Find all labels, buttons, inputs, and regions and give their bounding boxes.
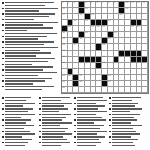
clue-number-mark — [2, 2, 4, 4]
clue-text-bar — [112, 100, 132, 101]
clue-line — [2, 83, 58, 85]
clue-line — [39, 142, 72, 144]
clue-line — [74, 139, 107, 141]
clue-number-mark — [74, 97, 76, 99]
clue-number-mark — [2, 114, 4, 116]
clue-line — [2, 33, 58, 35]
cell-number: 4 — [85, 2, 86, 4]
clue-line — [2, 55, 58, 57]
clue-line — [74, 119, 107, 121]
clue-number-mark — [39, 103, 41, 105]
clue-number-mark — [2, 69, 4, 71]
clue-text-bar — [42, 108, 68, 109]
clue-text-bar — [42, 136, 62, 137]
clue-line — [74, 100, 107, 102]
cell-number: 28 — [131, 26, 134, 28]
clue-number-mark — [2, 41, 4, 43]
clue-number-mark — [109, 114, 111, 116]
clue-line — [109, 128, 142, 130]
clue-text-bar — [42, 97, 70, 98]
clue-line — [2, 47, 58, 49]
clue-text-bar — [5, 131, 30, 132]
clue-line — [2, 10, 58, 12]
clue-text-bar — [5, 145, 25, 146]
cell-number: 20 — [120, 14, 123, 16]
cell-number: 49 — [114, 62, 117, 64]
clue-line — [2, 139, 35, 141]
clue-line — [2, 114, 35, 116]
clue-line — [2, 69, 58, 71]
clue-line — [2, 142, 35, 144]
clue-text-bar — [112, 122, 131, 123]
clue-column-bottom-3 — [74, 97, 107, 149]
cell-number: 47 — [91, 62, 94, 64]
clue-text-bar — [42, 103, 72, 104]
clue-number-mark — [74, 108, 76, 110]
cell-number: 33 — [62, 38, 65, 40]
cell-number: 59 — [62, 81, 65, 83]
clue-line — [2, 64, 58, 66]
white-cell[interactable] — [142, 87, 148, 93]
clue-line — [74, 128, 107, 130]
clue-number-mark — [109, 108, 111, 110]
clue-text-bar — [5, 103, 35, 104]
clue-line — [2, 111, 35, 113]
clue-text-bar — [112, 119, 137, 120]
clue-line — [2, 75, 58, 77]
cell-number: 16 — [125, 8, 128, 10]
cell-number: 8 — [108, 2, 109, 4]
cell-number: 11 — [131, 2, 134, 4]
clue-text-bar — [112, 114, 140, 115]
clue-text-bar — [77, 139, 99, 140]
clue-number-mark — [39, 108, 41, 110]
clue-text-bar — [112, 128, 132, 129]
cell-number: 56 — [68, 75, 71, 77]
clue-text-bar — [5, 117, 21, 118]
clue-text-bar — [112, 97, 141, 98]
clue-number-mark — [2, 47, 4, 49]
clue-text-bar — [5, 80, 45, 81]
clue-text-bar — [42, 122, 72, 123]
clue-line — [39, 108, 72, 110]
cell-number: 6 — [97, 2, 98, 4]
clue-number-mark — [2, 80, 4, 82]
clue-line — [109, 117, 142, 119]
clue-number-mark — [109, 131, 111, 133]
cell-number: 38 — [102, 44, 105, 46]
clue-number-mark — [39, 114, 41, 116]
clue-text-bar — [5, 122, 26, 123]
clue-number-mark — [2, 52, 4, 54]
clue-line — [2, 86, 58, 88]
clue-line — [2, 100, 35, 102]
clue-text-bar — [112, 131, 136, 132]
clue-text-bar — [5, 8, 58, 9]
clue-number-mark — [74, 103, 76, 105]
clue-text-bar — [5, 61, 48, 62]
clue-line — [2, 145, 35, 147]
clue-line — [109, 100, 142, 102]
clue-text-bar — [42, 133, 72, 134]
cell-number: 41 — [102, 56, 105, 58]
cell-number: 1 — [62, 2, 63, 4]
cell-number: 13 — [142, 2, 145, 4]
cell-number: 14 — [62, 8, 65, 10]
clue-line — [39, 122, 72, 124]
cell-number: 26 — [97, 26, 100, 28]
clue-number-mark — [39, 136, 41, 138]
clue-line — [2, 50, 58, 52]
clue-line — [2, 58, 58, 60]
clue-text-bar — [77, 114, 96, 115]
clue-text-bar — [42, 117, 66, 118]
clue-number-mark — [2, 97, 4, 99]
clue-line — [2, 27, 58, 29]
clue-text-bar — [5, 33, 57, 34]
clue-number-mark — [2, 136, 4, 138]
clue-text-bar — [77, 122, 94, 123]
clue-number-mark — [74, 136, 76, 138]
clue-text-bar — [5, 10, 39, 11]
clue-line — [2, 61, 58, 63]
clue-line — [2, 13, 58, 15]
clue-text-bar — [42, 111, 59, 112]
clue-text-bar — [5, 133, 35, 134]
cell-number: 35 — [108, 38, 111, 40]
cell-number: 24 — [68, 26, 71, 28]
cell-number: 18 — [79, 14, 82, 16]
clue-line — [74, 131, 107, 133]
clue-text-bar — [5, 125, 34, 126]
clue-text-bar — [5, 50, 40, 51]
clue-text-bar — [5, 75, 38, 76]
clue-line — [109, 97, 142, 99]
cell-number: 62 — [62, 87, 65, 89]
cell-number: 29 — [137, 26, 140, 28]
cell-number: 39 — [62, 50, 65, 52]
clue-line — [2, 122, 35, 124]
cell-number: 30 — [62, 32, 65, 34]
clue-line — [2, 103, 35, 105]
cell-number: 55 — [62, 75, 65, 77]
cell-number: 58 — [108, 75, 111, 77]
clue-text-bar — [112, 139, 138, 140]
cell-number: 15 — [85, 8, 88, 10]
cell-number: 5 — [91, 2, 92, 4]
clue-text-bar — [5, 36, 47, 37]
clue-text-bar — [5, 105, 23, 106]
cell-number: 19 — [91, 14, 94, 16]
clue-text-bar — [5, 2, 54, 3]
clue-text-bar — [5, 97, 31, 98]
clue-text-bar — [77, 111, 107, 112]
clue-line — [109, 131, 142, 133]
clue-line — [109, 136, 142, 138]
clue-number-mark — [2, 58, 4, 60]
cell-number: 37 — [74, 44, 77, 46]
clue-line — [2, 41, 58, 43]
clue-line — [74, 133, 107, 135]
cell-number: 21 — [74, 20, 77, 22]
clue-line — [74, 111, 107, 113]
clue-number-mark — [2, 119, 4, 121]
clue-text-bar — [42, 125, 60, 126]
clue-line — [2, 117, 35, 119]
clue-line — [39, 131, 72, 133]
clue-text-bar — [112, 105, 135, 106]
clue-line — [2, 78, 58, 80]
clue-line — [2, 133, 35, 135]
cell-number: 25 — [91, 26, 94, 28]
clue-text-bar — [112, 133, 140, 134]
clue-line — [2, 80, 58, 82]
clue-line — [2, 36, 58, 38]
clue-text-bar — [5, 136, 22, 137]
clue-line — [109, 114, 142, 116]
clue-text-bar — [42, 145, 61, 146]
clue-line — [2, 2, 58, 4]
clue-text-bar — [42, 131, 64, 132]
clue-line — [2, 72, 58, 74]
clue-column-left — [2, 2, 58, 94]
cell-number: 48 — [102, 62, 105, 64]
cell-number: 7 — [102, 2, 103, 4]
cell-number: 45 — [79, 62, 82, 64]
clue-text-bar — [77, 117, 102, 118]
clue-number-mark — [109, 136, 111, 138]
clue-number-mark — [2, 142, 4, 144]
clue-line — [109, 122, 142, 124]
clue-text-bar — [42, 100, 61, 101]
cell-number: 10 — [125, 2, 128, 4]
cell-number: 42 — [120, 56, 123, 58]
clue-text-bar — [5, 58, 55, 59]
clue-column-bottom-4 — [109, 97, 142, 149]
clue-text-bar — [5, 114, 35, 115]
clue-text-bar — [5, 44, 44, 45]
clue-text-bar — [112, 117, 134, 118]
crossword-puzzle-page: 1234567891011121314151617181920212223242… — [0, 0, 150, 150]
clue-line — [39, 114, 72, 116]
clue-line — [39, 133, 72, 135]
clue-number-mark — [74, 125, 76, 127]
clue-number-mark — [39, 125, 41, 127]
clue-line — [74, 114, 107, 116]
clue-text-bar — [5, 13, 55, 14]
clue-number-mark — [2, 36, 4, 38]
clue-number-mark — [109, 119, 111, 121]
clue-line — [74, 108, 107, 110]
clue-number-mark — [109, 97, 111, 99]
cell-number: 57 — [79, 75, 82, 77]
clue-text-bar — [42, 142, 70, 143]
cell-number: 31 — [85, 32, 88, 34]
clue-text-bar — [5, 86, 54, 87]
clue-text-bar — [5, 27, 53, 28]
clue-text-bar — [5, 52, 51, 53]
cell-number: 54 — [97, 68, 100, 70]
cell-number: 9 — [114, 2, 115, 4]
clue-line — [109, 108, 142, 110]
cell-number: 40 — [62, 56, 65, 58]
clue-line — [74, 105, 107, 107]
clue-line — [74, 142, 107, 144]
clue-text-bar — [77, 105, 105, 106]
clue-line — [74, 97, 107, 99]
clue-text-bar — [5, 119, 31, 120]
clue-line — [74, 122, 107, 124]
clue-number-mark — [2, 8, 4, 10]
clue-line — [2, 19, 58, 21]
cell-number: 36 — [62, 44, 65, 46]
clue-text-bar — [77, 133, 97, 134]
clue-column-bottom-1 — [2, 97, 35, 149]
clue-text-bar — [5, 72, 57, 73]
clue-column-bottom-2 — [39, 97, 72, 149]
clue-line — [2, 97, 35, 99]
clue-line — [109, 139, 142, 141]
clue-line — [2, 128, 35, 130]
clue-line — [109, 133, 142, 135]
clue-line — [39, 117, 72, 119]
clue-line — [74, 103, 107, 105]
clue-line — [2, 44, 58, 46]
clue-text-bar — [5, 128, 24, 129]
clue-number-mark — [39, 142, 41, 144]
clue-line — [2, 24, 58, 26]
clue-number-mark — [2, 13, 4, 15]
clue-number-mark — [109, 103, 111, 105]
clue-text-bar — [112, 103, 138, 104]
clue-text-bar — [42, 139, 67, 140]
clue-line — [2, 131, 35, 133]
clue-number-mark — [2, 131, 4, 133]
cell-number: 60 — [79, 81, 82, 83]
clue-line — [74, 136, 107, 138]
clue-text-bar — [5, 89, 42, 90]
clue-number-mark — [39, 119, 41, 121]
clue-number-mark — [74, 131, 76, 133]
clue-text-bar — [5, 19, 34, 20]
clue-line — [2, 30, 58, 32]
clue-text-bar — [5, 22, 58, 23]
clue-text-bar — [77, 131, 107, 132]
crossword-grid: 1234567891011121314151617181920212223242… — [61, 1, 149, 94]
clue-text-bar — [42, 128, 68, 129]
cell-number: 53 — [74, 68, 77, 70]
clue-text-bar — [5, 83, 33, 84]
cell-number: 52 — [142, 62, 145, 64]
clue-line — [2, 8, 58, 10]
cell-number: 46 — [85, 62, 88, 64]
clue-line — [74, 125, 107, 127]
clue-number-mark — [109, 142, 111, 144]
clue-text-bar — [5, 66, 53, 67]
clue-text-bar — [77, 142, 101, 143]
clue-text-bar — [5, 111, 28, 112]
clue-number-mark — [2, 75, 4, 77]
clue-text-bar — [112, 142, 133, 143]
clue-line — [2, 125, 35, 127]
clue-line — [109, 145, 142, 147]
clue-line — [39, 145, 72, 147]
cell-number: 12 — [137, 2, 140, 4]
clue-number-mark — [2, 108, 4, 110]
clue-line — [74, 117, 107, 119]
clue-line — [39, 136, 72, 138]
clue-number-mark — [39, 131, 41, 133]
clue-text-bar — [112, 125, 142, 126]
clue-text-bar — [77, 128, 100, 129]
clue-number-mark — [74, 114, 76, 116]
clue-line — [2, 38, 58, 40]
clue-number-mark — [109, 125, 111, 127]
clue-line — [39, 119, 72, 121]
clue-line — [109, 142, 142, 144]
clue-line — [109, 105, 142, 107]
clue-text-bar — [5, 24, 43, 25]
clue-line — [2, 119, 35, 121]
clue-line — [2, 52, 58, 54]
clue-text-bar — [42, 114, 71, 115]
clue-line — [109, 125, 142, 127]
clue-line — [39, 100, 72, 102]
cell-number: 32 — [114, 32, 117, 34]
clue-text-bar — [5, 78, 52, 79]
cell-number: 44 — [62, 62, 65, 64]
clue-text-bar — [5, 55, 36, 56]
clue-text-bar — [77, 125, 104, 126]
cell-number: 2 — [68, 2, 69, 4]
clue-text-bar — [5, 100, 25, 101]
clue-line — [39, 125, 72, 127]
cell-number: 23 — [108, 20, 111, 22]
clue-number-mark — [2, 64, 4, 66]
clue-line — [2, 136, 35, 138]
clue-text-bar — [5, 5, 45, 6]
clue-line — [2, 89, 58, 91]
clue-text-bar — [5, 142, 27, 143]
clue-line — [39, 111, 72, 113]
clue-text-bar — [77, 136, 105, 137]
cell-number: 51 — [137, 62, 140, 64]
clue-text-bar — [5, 16, 49, 17]
clue-text-bar — [42, 105, 64, 106]
clue-line — [109, 103, 142, 105]
clue-number-mark — [2, 103, 4, 105]
clue-text-bar — [77, 103, 95, 104]
clue-line — [2, 108, 35, 110]
clue-number-mark — [2, 19, 4, 21]
clue-text-bar — [5, 47, 58, 48]
clue-number-mark — [2, 125, 4, 127]
clue-text-bar — [112, 136, 130, 137]
clue-line — [109, 119, 142, 121]
clue-text-bar — [112, 108, 142, 109]
clue-text-bar — [77, 119, 106, 120]
clue-number-mark — [2, 30, 4, 32]
cell-number: 43 — [125, 56, 128, 58]
clue-text-bar — [5, 30, 27, 31]
cell-number: 3 — [74, 2, 75, 4]
clue-number-mark — [2, 24, 4, 26]
cell-number: 17 — [62, 14, 65, 16]
clue-line — [39, 105, 72, 107]
clue-line — [39, 103, 72, 105]
clue-text-bar — [5, 64, 32, 65]
clue-line — [2, 66, 58, 68]
